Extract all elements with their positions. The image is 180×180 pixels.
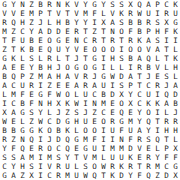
grid-cell[interactable]: R: [126, 162, 135, 171]
grid-cell[interactable]: B: [126, 54, 135, 63]
grid-cell[interactable]: T: [117, 36, 126, 45]
grid-cell[interactable]: Q: [162, 90, 171, 99]
grid-cell[interactable]: Q: [153, 135, 162, 144]
grid-cell[interactable]: G: [0, 171, 9, 180]
grid-cell[interactable]: B: [0, 126, 9, 135]
grid-cell[interactable]: L: [54, 54, 63, 63]
grid-cell[interactable]: U: [108, 126, 117, 135]
grid-cell[interactable]: P: [162, 144, 171, 153]
grid-cell[interactable]: P: [144, 27, 153, 36]
grid-cell[interactable]: I: [0, 99, 9, 108]
grid-cell[interactable]: K: [171, 0, 180, 9]
grid-cell[interactable]: C: [99, 108, 108, 117]
grid-cell[interactable]: Q: [63, 135, 72, 144]
grid-cell[interactable]: E: [63, 36, 72, 45]
grid-cell[interactable]: C: [135, 99, 144, 108]
grid-cell[interactable]: S: [72, 108, 81, 117]
grid-cell[interactable]: C: [81, 36, 90, 45]
grid-cell[interactable]: E: [36, 36, 45, 45]
grid-cell[interactable]: U: [108, 153, 117, 162]
grid-cell[interactable]: R: [153, 81, 162, 90]
grid-cell[interactable]: L: [153, 144, 162, 153]
grid-cell[interactable]: V: [72, 0, 81, 9]
grid-cell[interactable]: B: [9, 126, 18, 135]
grid-cell[interactable]: I: [36, 81, 45, 90]
grid-cell[interactable]: Y: [63, 153, 72, 162]
grid-cell[interactable]: B: [54, 126, 63, 135]
grid-cell[interactable]: C: [0, 162, 9, 171]
grid-cell[interactable]: I: [36, 171, 45, 180]
grid-cell[interactable]: U: [90, 144, 99, 153]
grid-cell[interactable]: R: [54, 171, 63, 180]
grid-cell[interactable]: W: [81, 171, 90, 180]
grid-cell[interactable]: T: [9, 45, 18, 54]
grid-cell[interactable]: B: [63, 18, 72, 27]
grid-cell[interactable]: I: [153, 126, 162, 135]
grid-cell[interactable]: D: [45, 27, 54, 36]
grid-cell[interactable]: X: [27, 171, 36, 180]
grid-cell[interactable]: H: [72, 117, 81, 126]
grid-cell[interactable]: Z: [9, 135, 18, 144]
grid-cell[interactable]: F: [126, 27, 135, 36]
grid-cell[interactable]: H: [45, 99, 54, 108]
grid-cell[interactable]: C: [18, 27, 27, 36]
grid-cell[interactable]: L: [18, 54, 27, 63]
grid-cell[interactable]: N: [72, 36, 81, 45]
grid-cell[interactable]: S: [27, 108, 36, 117]
grid-cell[interactable]: A: [144, 0, 153, 9]
grid-cell[interactable]: S: [108, 0, 117, 9]
grid-cell[interactable]: E: [144, 144, 153, 153]
grid-cell[interactable]: I: [36, 135, 45, 144]
grid-cell[interactable]: L: [18, 117, 27, 126]
grid-cell[interactable]: S: [144, 135, 153, 144]
grid-cell[interactable]: F: [90, 9, 99, 18]
grid-cell[interactable]: G: [81, 144, 90, 153]
grid-cell[interactable]: Y: [81, 18, 90, 27]
grid-cell[interactable]: G: [90, 0, 99, 9]
grid-cell[interactable]: O: [45, 144, 54, 153]
grid-cell[interactable]: I: [108, 81, 117, 90]
grid-cell[interactable]: O: [117, 27, 126, 36]
grid-cell[interactable]: D: [117, 171, 126, 180]
grid-cell[interactable]: A: [135, 54, 144, 63]
grid-cell[interactable]: J: [36, 18, 45, 27]
grid-cell[interactable]: I: [99, 63, 108, 72]
grid-cell[interactable]: C: [45, 171, 54, 180]
grid-cell[interactable]: M: [81, 135, 90, 144]
grid-cell[interactable]: G: [90, 54, 99, 63]
grid-cell[interactable]: S: [162, 72, 171, 81]
grid-cell[interactable]: K: [63, 0, 72, 9]
grid-cell[interactable]: Q: [144, 117, 153, 126]
grid-cell[interactable]: T: [99, 171, 108, 180]
grid-cell[interactable]: F: [27, 99, 36, 108]
grid-cell[interactable]: H: [54, 18, 63, 27]
grid-cell[interactable]: Q: [63, 144, 72, 153]
grid-cell[interactable]: A: [126, 72, 135, 81]
grid-cell[interactable]: F: [9, 144, 18, 153]
grid-cell[interactable]: B: [99, 90, 108, 99]
grid-cell[interactable]: I: [108, 135, 117, 144]
grid-cell[interactable]: O: [135, 45, 144, 54]
grid-cell[interactable]: Z: [45, 81, 54, 90]
grid-cell[interactable]: B: [27, 45, 36, 54]
grid-cell[interactable]: A: [108, 18, 117, 27]
grid-cell[interactable]: I: [126, 63, 135, 72]
grid-cell[interactable]: X: [117, 90, 126, 99]
grid-cell[interactable]: R: [81, 72, 90, 81]
grid-cell[interactable]: K: [153, 99, 162, 108]
grid-cell[interactable]: M: [36, 72, 45, 81]
grid-cell[interactable]: Y: [126, 90, 135, 99]
grid-cell[interactable]: J: [81, 108, 90, 117]
grid-cell[interactable]: D: [108, 90, 117, 99]
grid-cell[interactable]: U: [18, 81, 27, 90]
grid-cell[interactable]: O: [63, 63, 72, 72]
grid-cell[interactable]: K: [108, 171, 117, 180]
grid-cell[interactable]: L: [153, 54, 162, 63]
grid-cell[interactable]: B: [135, 18, 144, 27]
grid-cell[interactable]: X: [54, 99, 63, 108]
grid-cell[interactable]: G: [90, 63, 99, 72]
grid-cell[interactable]: E: [126, 108, 135, 117]
grid-cell[interactable]: F: [162, 153, 171, 162]
grid-cell[interactable]: F: [126, 135, 135, 144]
grid-cell[interactable]: G: [63, 117, 72, 126]
grid-cell[interactable]: R: [144, 18, 153, 27]
grid-cell[interactable]: Z: [27, 0, 36, 9]
grid-cell[interactable]: H: [171, 126, 180, 135]
grid-cell[interactable]: A: [9, 108, 18, 117]
grid-cell[interactable]: C: [54, 144, 63, 153]
grid-cell[interactable]: R: [90, 36, 99, 45]
grid-cell[interactable]: O: [45, 126, 54, 135]
grid-cell[interactable]: L: [171, 72, 180, 81]
grid-cell[interactable]: I: [36, 162, 45, 171]
grid-cell[interactable]: K: [126, 153, 135, 162]
grid-cell[interactable]: G: [54, 36, 63, 45]
grid-cell[interactable]: Y: [81, 0, 90, 9]
grid-cell[interactable]: M: [99, 99, 108, 108]
grid-cell[interactable]: T: [135, 81, 144, 90]
grid-cell[interactable]: Y: [63, 45, 72, 54]
grid-cell[interactable]: S: [117, 18, 126, 27]
grid-cell[interactable]: V: [9, 9, 18, 18]
grid-cell[interactable]: O: [99, 117, 108, 126]
grid-cell[interactable]: I: [99, 54, 108, 63]
grid-cell[interactable]: S: [153, 36, 162, 45]
grid-cell[interactable]: O: [81, 63, 90, 72]
grid-cell[interactable]: M: [45, 153, 54, 162]
grid-cell[interactable]: E: [90, 117, 99, 126]
grid-cell[interactable]: D: [162, 171, 171, 180]
grid-cell[interactable]: Q: [45, 45, 54, 54]
grid-cell[interactable]: W: [108, 72, 117, 81]
grid-cell[interactable]: U: [144, 90, 153, 99]
grid-cell[interactable]: Z: [9, 27, 18, 36]
grid-cell[interactable]: Z: [0, 45, 9, 54]
grid-cell[interactable]: T: [45, 9, 54, 18]
grid-cell[interactable]: S: [54, 153, 63, 162]
grid-cell[interactable]: D: [171, 90, 180, 99]
grid-cell[interactable]: A: [144, 36, 153, 45]
grid-cell[interactable]: K: [171, 27, 180, 36]
grid-cell[interactable]: H: [171, 63, 180, 72]
grid-cell[interactable]: R: [45, 54, 54, 63]
grid-cell[interactable]: Q: [135, 0, 144, 9]
grid-cell[interactable]: Q: [144, 171, 153, 180]
grid-cell[interactable]: R: [81, 81, 90, 90]
grid-cell[interactable]: D: [126, 144, 135, 153]
grid-cell[interactable]: L: [45, 108, 54, 117]
grid-cell[interactable]: E: [18, 9, 27, 18]
grid-cell[interactable]: G: [72, 63, 81, 72]
grid-cell[interactable]: C: [135, 90, 144, 99]
grid-cell[interactable]: O: [63, 90, 72, 99]
grid-cell[interactable]: M: [9, 90, 18, 99]
grid-cell[interactable]: B: [171, 99, 180, 108]
grid-cell[interactable]: A: [90, 81, 99, 90]
grid-cell[interactable]: A: [36, 27, 45, 36]
grid-cell[interactable]: E: [135, 153, 144, 162]
grid-cell[interactable]: L: [72, 90, 81, 99]
grid-cell[interactable]: Y: [144, 126, 153, 135]
grid-cell[interactable]: M: [126, 117, 135, 126]
grid-cell[interactable]: L: [99, 9, 108, 18]
grid-cell[interactable]: A: [153, 45, 162, 54]
grid-cell[interactable]: N: [54, 0, 63, 9]
grid-cell[interactable]: R: [27, 81, 36, 90]
grid-cell[interactable]: Y: [135, 108, 144, 117]
grid-cell[interactable]: C: [162, 0, 171, 9]
grid-cell[interactable]: L: [162, 108, 171, 117]
grid-cell[interactable]: Q: [27, 135, 36, 144]
grid-cell[interactable]: E: [9, 117, 18, 126]
grid-cell[interactable]: E: [108, 108, 117, 117]
grid-cell[interactable]: W: [0, 117, 9, 126]
grid-cell[interactable]: R: [171, 117, 180, 126]
grid-cell[interactable]: Y: [9, 162, 18, 171]
grid-cell[interactable]: M: [27, 9, 36, 18]
grid-cell[interactable]: T: [135, 72, 144, 81]
grid-cell[interactable]: U: [81, 90, 90, 99]
grid-cell[interactable]: B: [36, 63, 45, 72]
grid-cell[interactable]: I: [153, 108, 162, 117]
grid-cell[interactable]: H: [108, 54, 117, 63]
grid-cell[interactable]: A: [135, 126, 144, 135]
grid-cell[interactable]: G: [0, 54, 9, 63]
grid-cell[interactable]: C: [9, 99, 18, 108]
grid-cell[interactable]: U: [117, 153, 126, 162]
grid-cell[interactable]: N: [90, 99, 99, 108]
grid-cell[interactable]: J: [54, 63, 63, 72]
grid-cell[interactable]: M: [27, 153, 36, 162]
grid-cell[interactable]: O: [90, 162, 99, 171]
grid-cell[interactable]: J: [45, 135, 54, 144]
grid-cell[interactable]: A: [18, 153, 27, 162]
grid-cell[interactable]: H: [45, 63, 54, 72]
grid-cell[interactable]: J: [144, 72, 153, 81]
grid-cell[interactable]: L: [45, 18, 54, 27]
grid-cell[interactable]: Z: [63, 108, 72, 117]
grid-cell[interactable]: S: [153, 18, 162, 27]
grid-cell[interactable]: L: [72, 126, 81, 135]
grid-cell[interactable]: O: [90, 45, 99, 54]
grid-cell[interactable]: V: [72, 72, 81, 81]
grid-cell[interactable]: Q: [9, 18, 18, 27]
grid-cell[interactable]: T: [81, 27, 90, 36]
grid-cell[interactable]: Z: [18, 171, 27, 180]
grid-cell[interactable]: F: [162, 27, 171, 36]
grid-cell[interactable]: X: [126, 99, 135, 108]
grid-cell[interactable]: I: [153, 9, 162, 18]
grid-cell[interactable]: Y: [153, 153, 162, 162]
grid-cell[interactable]: Z: [27, 117, 36, 126]
grid-cell[interactable]: E: [54, 81, 63, 90]
grid-cell[interactable]: N: [117, 135, 126, 144]
grid-cell[interactable]: S: [9, 153, 18, 162]
grid-cell[interactable]: X: [0, 108, 9, 117]
grid-cell[interactable]: T: [153, 117, 162, 126]
grid-cell[interactable]: L: [171, 135, 180, 144]
grid-cell[interactable]: D: [54, 27, 63, 36]
grid-cell[interactable]: W: [36, 117, 45, 126]
grid-cell[interactable]: Z: [153, 171, 162, 180]
grid-cell[interactable]: D: [117, 72, 126, 81]
grid-cell[interactable]: J: [171, 108, 180, 117]
grid-cell[interactable]: G: [18, 108, 27, 117]
grid-cell[interactable]: I: [99, 126, 108, 135]
grid-cell[interactable]: L: [171, 45, 180, 54]
grid-cell[interactable]: I: [36, 153, 45, 162]
grid-cell[interactable]: C: [9, 81, 18, 90]
grid-cell[interactable]: T: [99, 27, 108, 36]
grid-cell[interactable]: A: [0, 81, 9, 90]
grid-cell[interactable]: U: [72, 171, 81, 180]
grid-cell[interactable]: E: [108, 99, 117, 108]
grid-cell[interactable]: O: [126, 45, 135, 54]
grid-cell[interactable]: P: [153, 0, 162, 9]
grid-cell[interactable]: E: [72, 144, 81, 153]
grid-cell[interactable]: S: [27, 162, 36, 171]
grid-cell[interactable]: Q: [18, 144, 27, 153]
grid-cell[interactable]: R: [162, 9, 171, 18]
grid-cell[interactable]: I: [171, 36, 180, 45]
grid-cell[interactable]: H: [54, 72, 63, 81]
grid-cell[interactable]: N: [18, 0, 27, 9]
grid-cell[interactable]: T: [72, 153, 81, 162]
grid-cell[interactable]: N: [108, 27, 117, 36]
grid-cell[interactable]: V: [135, 144, 144, 153]
grid-cell[interactable]: R: [36, 144, 45, 153]
grid-cell[interactable]: R: [126, 36, 135, 45]
grid-cell[interactable]: E: [9, 63, 18, 72]
grid-cell[interactable]: W: [54, 90, 63, 99]
grid-cell[interactable]: M: [90, 153, 99, 162]
grid-cell[interactable]: F: [90, 135, 99, 144]
grid-cell[interactable]: Q: [144, 54, 153, 63]
grid-cell[interactable]: B: [126, 18, 135, 27]
grid-cell[interactable]: S: [0, 153, 9, 162]
grid-cell[interactable]: V: [0, 9, 9, 18]
grid-cell[interactable]: S: [81, 162, 90, 171]
grid-cell[interactable]: F: [18, 90, 27, 99]
grid-cell[interactable]: M: [117, 144, 126, 153]
grid-cell[interactable]: Z: [90, 108, 99, 117]
grid-cell[interactable]: R: [108, 162, 117, 171]
grid-cell[interactable]: J: [162, 81, 171, 90]
grid-cell[interactable]: X: [99, 18, 108, 27]
grid-cell[interactable]: F: [117, 126, 126, 135]
grid-cell[interactable]: B: [18, 99, 27, 108]
grid-cell[interactable]: L: [72, 162, 81, 171]
grid-cell[interactable]: V: [72, 9, 81, 18]
grid-cell[interactable]: T: [135, 162, 144, 171]
grid-cell[interactable]: D: [54, 135, 63, 144]
grid-cell[interactable]: T: [63, 54, 72, 63]
grid-cell[interactable]: S: [117, 0, 126, 9]
grid-cell[interactable]: W: [99, 162, 108, 171]
grid-cell[interactable]: S: [117, 81, 126, 90]
grid-cell[interactable]: M: [108, 144, 117, 153]
grid-cell[interactable]: T: [0, 36, 9, 45]
grid-cell[interactable]: P: [36, 9, 45, 18]
grid-cell[interactable]: Y: [135, 117, 144, 126]
grid-cell[interactable]: H: [18, 18, 27, 27]
grid-cell[interactable]: T: [162, 135, 171, 144]
grid-cell[interactable]: L: [0, 90, 9, 99]
grid-cell[interactable]: G: [72, 135, 81, 144]
grid-cell[interactable]: G: [27, 126, 36, 135]
grid-cell[interactable]: V: [144, 45, 153, 54]
grid-cell[interactable]: O: [99, 45, 108, 54]
grid-cell[interactable]: A: [0, 63, 9, 72]
grid-cell[interactable]: F: [45, 90, 54, 99]
grid-cell[interactable]: K: [135, 36, 144, 45]
grid-cell[interactable]: R: [144, 162, 153, 171]
grid-cell[interactable]: E: [36, 45, 45, 54]
grid-cell[interactable]: Q: [90, 171, 99, 180]
grid-cell[interactable]: K: [144, 99, 153, 108]
grid-cell[interactable]: G: [18, 126, 27, 135]
grid-cell[interactable]: K: [117, 162, 126, 171]
grid-cell[interactable]: Y: [27, 27, 36, 36]
grid-cell[interactable]: E: [153, 72, 162, 81]
grid-cell[interactable]: B: [27, 36, 36, 45]
grid-cell[interactable]: D: [54, 117, 63, 126]
grid-cell[interactable]: X: [126, 0, 135, 9]
grid-cell[interactable]: Z: [27, 72, 36, 81]
grid-cell[interactable]: U: [63, 162, 72, 171]
grid-cell[interactable]: R: [72, 27, 81, 36]
grid-cell[interactable]: T: [81, 54, 90, 63]
grid-cell[interactable]: G: [117, 117, 126, 126]
grid-cell[interactable]: L: [108, 63, 117, 72]
grid-cell[interactable]: T: [63, 9, 72, 18]
grid-cell[interactable]: T: [99, 36, 108, 45]
grid-cell[interactable]: Y: [27, 63, 36, 72]
grid-cell[interactable]: R: [108, 117, 117, 126]
grid-cell[interactable]: V: [54, 9, 63, 18]
grid-cell[interactable]: H: [153, 27, 162, 36]
grid-cell[interactable]: F: [171, 153, 180, 162]
grid-cell[interactable]: R: [135, 63, 144, 72]
grid-cell[interactable]: F: [135, 171, 144, 180]
grid-cell[interactable]: W: [72, 99, 81, 108]
grid-cell[interactable]: N: [18, 135, 27, 144]
grid-cell[interactable]: K: [63, 99, 72, 108]
